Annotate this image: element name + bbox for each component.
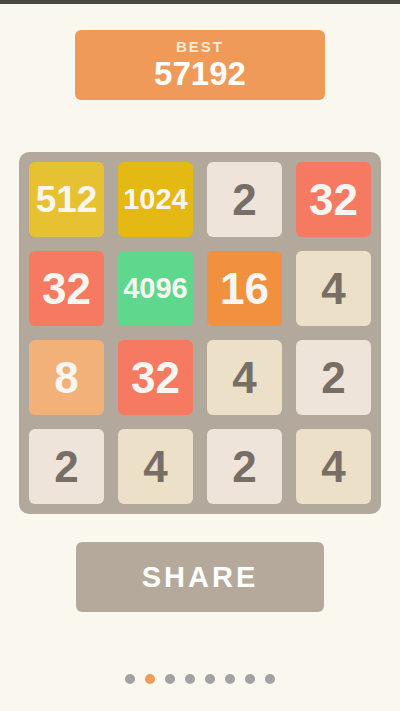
page-dots [125, 674, 275, 684]
share-button[interactable]: SHARE [76, 542, 324, 612]
tile-4: 4 [118, 429, 193, 504]
page-dot[interactable] [245, 674, 255, 684]
tile-512: 512 [29, 162, 104, 237]
tile-2: 2 [29, 429, 104, 504]
tile-4: 4 [296, 251, 371, 326]
page-dot[interactable] [125, 674, 135, 684]
tile-32: 32 [118, 340, 193, 415]
page-dot[interactable] [225, 674, 235, 684]
page-dot[interactable] [165, 674, 175, 684]
page-dot[interactable] [185, 674, 195, 684]
best-score-box: BEST 57192 [75, 30, 325, 100]
tile-4096: 4096 [118, 251, 193, 326]
tile-2: 2 [207, 429, 282, 504]
page-dot-active[interactable] [145, 674, 155, 684]
best-score-value: 57192 [154, 56, 246, 92]
tile-16: 16 [207, 251, 282, 326]
best-score-label: BEST [176, 38, 224, 56]
tile-32: 32 [29, 251, 104, 326]
tile-1024: 1024 [118, 162, 193, 237]
tile-4: 4 [207, 340, 282, 415]
tile-8: 8 [29, 340, 104, 415]
page-dot[interactable] [205, 674, 215, 684]
page-dot[interactable] [265, 674, 275, 684]
tile-2: 2 [296, 340, 371, 415]
tile-2: 2 [207, 162, 282, 237]
app-screen: BEST 57192 5121024232324096164832422424 … [0, 4, 400, 684]
tile-32: 32 [296, 162, 371, 237]
game-board[interactable]: 5121024232324096164832422424 [19, 152, 381, 514]
tile-4: 4 [296, 429, 371, 504]
share-button-label: SHARE [142, 561, 259, 594]
